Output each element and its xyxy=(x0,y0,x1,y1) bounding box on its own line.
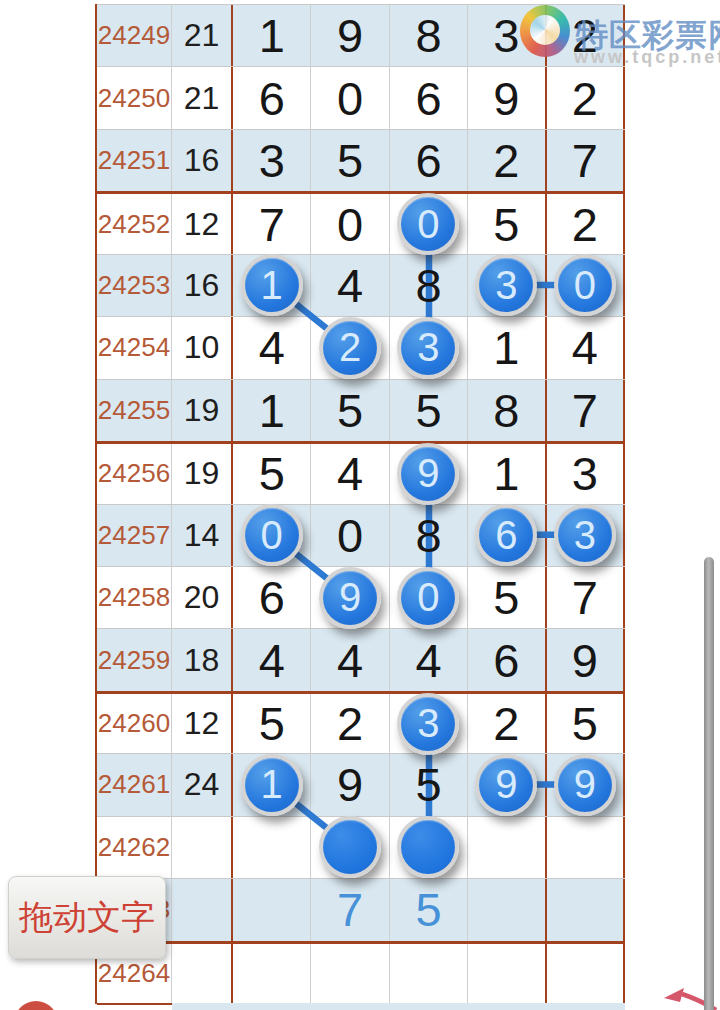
drag-text-button[interactable]: 拖动文字 xyxy=(8,876,166,959)
digit-value: 2 xyxy=(337,696,363,751)
marked-digit-circle: 0 xyxy=(397,193,459,255)
digit-value: 5 xyxy=(493,570,519,625)
marked-digit-circle: 1 xyxy=(241,254,303,316)
marked-digit-circle: 3 xyxy=(397,317,459,379)
digit-value: 5 xyxy=(493,197,519,252)
digit-value: 8 xyxy=(415,258,441,313)
digit-value: 4 xyxy=(572,320,598,375)
marked-digit-circle: 0 xyxy=(241,504,303,566)
marked-digit-circle: 3 xyxy=(475,254,537,316)
digit-value: 8 xyxy=(415,508,441,563)
marked-digit-circle: 9 xyxy=(475,754,537,816)
marked-digit-circle: 3 xyxy=(554,504,616,566)
digit-value: 5 xyxy=(259,696,285,751)
digit-value: 1 xyxy=(259,8,285,63)
digit-value: 7 xyxy=(572,133,598,188)
marked-digit-circle: 3 xyxy=(397,693,459,755)
digit-value: 0 xyxy=(337,197,363,252)
marked-digit-circle: 1 xyxy=(241,754,303,816)
digit-value: 2 xyxy=(493,696,519,751)
marked-digit-circle: 9 xyxy=(397,443,459,505)
digit-value: 1 xyxy=(493,320,519,375)
digit-value: 6 xyxy=(259,71,285,126)
marked-digit-circle: 9 xyxy=(554,754,616,816)
digit-value: 0 xyxy=(337,508,363,563)
digit-value: 3 xyxy=(259,133,285,188)
digit-value: 6 xyxy=(259,570,285,625)
digit-value: 5 xyxy=(572,696,598,751)
digit-value: 6 xyxy=(415,133,441,188)
digit-value: 5 xyxy=(259,446,285,501)
marked-digit-circle: 9 xyxy=(319,567,381,629)
digit-value: 6 xyxy=(415,71,441,126)
scrollbar-thumb[interactable] xyxy=(704,557,714,1010)
digit-value: 5 xyxy=(415,383,441,438)
digit-value: 8 xyxy=(493,383,519,438)
predicted-slot-circle xyxy=(319,816,381,878)
drag-text-button-label: 拖动文字 xyxy=(19,895,155,941)
marked-digit-circle: 0 xyxy=(554,254,616,316)
predicted-slot-circle xyxy=(397,816,459,878)
marked-digit-circle: 2 xyxy=(319,317,381,379)
digit-value: 2 xyxy=(572,71,598,126)
digit-value: 5 xyxy=(337,133,363,188)
digit-value: 9 xyxy=(337,8,363,63)
digit-value: 9 xyxy=(493,71,519,126)
digit-value: 1 xyxy=(493,446,519,501)
digit-value: 4 xyxy=(259,633,285,688)
digit-value: 7 xyxy=(572,383,598,438)
digit-value: 5 xyxy=(415,757,441,812)
digit-value: 9 xyxy=(572,633,598,688)
digit-value: 4 xyxy=(337,258,363,313)
digit-value: 4 xyxy=(337,446,363,501)
marked-digit-circle: 6 xyxy=(475,504,537,566)
digit-value: 4 xyxy=(259,320,285,375)
digit-value: 7 xyxy=(259,197,285,252)
digit-value: 4 xyxy=(415,633,441,688)
digit-value: 2 xyxy=(572,8,598,63)
digit-value: 7 xyxy=(572,570,598,625)
lottery-trend-screen: { "game": "Pick-5 lottery digit trend ch… xyxy=(0,0,720,1010)
marked-digit-circle: 0 xyxy=(397,567,459,629)
digit-value: 5 xyxy=(337,383,363,438)
digit-value: 0 xyxy=(337,71,363,126)
digit-value: 8 xyxy=(415,8,441,63)
digit-value: 2 xyxy=(493,133,519,188)
digit-value: 1 xyxy=(259,383,285,438)
predicted-digit: 5 xyxy=(415,882,441,937)
digit-value: 9 xyxy=(337,757,363,812)
predicted-digit: 7 xyxy=(337,882,363,937)
digit-value: 2 xyxy=(572,197,598,252)
digit-value: 3 xyxy=(572,446,598,501)
digit-value: 6 xyxy=(493,633,519,688)
digit-value: 4 xyxy=(337,633,363,688)
digit-value: 3 xyxy=(493,8,519,63)
